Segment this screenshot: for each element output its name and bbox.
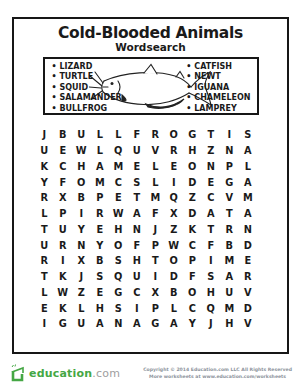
grid-cell[interactable]: J <box>42 129 46 140</box>
grid-cell[interactable]: R <box>59 240 67 251</box>
grid-cell[interactable]: T <box>41 224 48 235</box>
grid-cell[interactable]: T <box>152 255 159 266</box>
grid-cell[interactable]: W <box>76 145 87 156</box>
grid-cell[interactable]: C <box>189 240 196 251</box>
grid-cell[interactable]: P <box>189 255 196 266</box>
grid-cell[interactable]: F <box>133 240 140 251</box>
worksheet-page: { "game": "word-search", "title": "Cold-… <box>0 0 301 389</box>
grid-cell[interactable]: J <box>79 271 83 282</box>
grid-cell[interactable]: Q <box>114 145 122 156</box>
grid-cell[interactable]: C <box>189 303 196 314</box>
grid-cell[interactable]: H <box>133 255 141 266</box>
grid-cell[interactable]: L <box>152 177 158 188</box>
grid-cell[interactable]: N <box>244 224 252 235</box>
grid-cell[interactable]: I <box>153 271 157 282</box>
grid-cell[interactable]: G <box>225 177 233 188</box>
grid-cell[interactable]: R <box>40 192 48 203</box>
grid-cell[interactable]: V <box>244 318 252 329</box>
grid-cell[interactable]: A <box>133 318 141 329</box>
grid-cell[interactable]: Z <box>207 145 214 156</box>
grid-cell[interactable]: X <box>77 255 85 266</box>
grid-cell[interactable]: I <box>79 208 83 219</box>
grid-cell[interactable]: Y <box>78 224 85 235</box>
grid-cell[interactable]: S <box>207 271 214 282</box>
grid-cell[interactable]: K <box>59 303 67 314</box>
grid-cell[interactable]: L <box>41 208 47 219</box>
grid-cell[interactable]: B <box>96 255 103 266</box>
grid-cell[interactable]: L <box>171 303 177 314</box>
grid-cell[interactable]: O <box>170 129 178 140</box>
grid-cell[interactable]: E <box>59 145 66 156</box>
grid-cell[interactable]: N <box>77 240 85 251</box>
grid-cell[interactable]: U <box>40 145 48 156</box>
grid-cell[interactable]: M <box>150 192 160 203</box>
grid-cell[interactable]: L <box>245 161 251 172</box>
grid-cell[interactable]: Y <box>41 177 48 188</box>
grid-cell[interactable]: M <box>224 303 234 314</box>
grid-cell[interactable]: H <box>77 161 85 172</box>
grid-cell[interactable]: E <box>96 287 103 298</box>
grid-cell[interactable]: Z <box>189 192 196 203</box>
word-item: • CHAMELEON <box>186 93 250 103</box>
education-logo-text: education.com <box>29 367 120 380</box>
grid-cell[interactable]: I <box>172 177 176 188</box>
grid-cell[interactable]: A <box>207 208 215 219</box>
grid-cell[interactable]: A <box>244 208 252 219</box>
grid-cell[interactable]: H <box>207 287 215 298</box>
grid-cell[interactable]: S <box>244 129 251 140</box>
grid-cell[interactable]: D <box>188 177 196 188</box>
grid-cell[interactable]: I <box>135 303 139 314</box>
grid-cell[interactable]: G <box>151 318 159 329</box>
grid-cell[interactable]: L <box>97 129 103 140</box>
grid-cell[interactable]: E <box>115 192 122 203</box>
grid-cell[interactable]: F <box>189 271 196 282</box>
grid-cell[interactable]: M <box>224 255 234 266</box>
grid-cell[interactable]: Z <box>78 287 85 298</box>
grid-cell[interactable]: U <box>133 271 141 282</box>
grid-cell[interactable]: L <box>78 303 84 314</box>
grid-cell[interactable]: E <box>133 161 140 172</box>
grid-cell[interactable]: X <box>170 208 178 219</box>
grid-cell[interactable]: L <box>152 161 158 172</box>
grid-cell[interactable]: N <box>225 145 233 156</box>
grid-cell[interactable]: T <box>133 192 140 203</box>
grid-cell[interactable]: I <box>61 255 65 266</box>
grid-cell[interactable]: R <box>170 145 178 156</box>
grid-cell[interactable]: I <box>42 318 46 329</box>
grid-cell[interactable]: P <box>96 192 103 203</box>
grid-cell[interactable]: C <box>115 177 122 188</box>
grid-cell[interactable]: R <box>225 224 233 235</box>
grid-cell[interactable]: D <box>188 208 196 219</box>
grid-cell[interactable]: L <box>115 129 121 140</box>
grid-cell[interactable]: O <box>170 255 178 266</box>
grid-cell[interactable]: B <box>78 192 85 203</box>
grid-cell[interactable]: K <box>188 224 196 235</box>
grid-cell[interactable]: M <box>95 177 105 188</box>
grid-cell[interactable]: F <box>152 208 159 219</box>
grid-cell[interactable]: A <box>170 318 178 329</box>
grid-cell[interactable]: V <box>225 192 233 203</box>
grid-cell[interactable]: G <box>114 287 122 298</box>
word-list-right: • CATFISH• NEWT• IGUANA• CHAMELEON• LAMP… <box>186 62 250 113</box>
grid-cell[interactable]: R <box>40 255 48 266</box>
grid-cell[interactable]: P <box>152 240 159 251</box>
copyright-text: Copyright © 2014 Education.com LLC All R… <box>143 367 292 380</box>
grid-cell[interactable]: D <box>170 271 178 282</box>
grid-cell[interactable]: G <box>59 318 67 329</box>
grid-cell[interactable]: O <box>188 161 196 172</box>
grid-cell[interactable]: T <box>226 208 233 219</box>
grid-cell[interactable]: W <box>168 240 179 251</box>
grid-cell[interactable]: U <box>133 145 141 156</box>
grid-cell[interactable]: L <box>97 145 103 156</box>
grid-cell[interactable]: O <box>77 177 85 188</box>
grid-cell[interactable]: W <box>113 208 124 219</box>
grid-cell[interactable]: R <box>151 129 159 140</box>
education-logo-icon <box>10 364 27 383</box>
grid-cell[interactable]: E <box>170 161 177 172</box>
grid-cell[interactable]: Y <box>189 318 196 329</box>
grid-cell[interactable]: U <box>77 318 85 329</box>
word-list-left: • LIZARD• TURTLE• SQUID• SALAMANDER• BUL… <box>52 62 122 113</box>
grid-cell[interactable]: N <box>133 224 141 235</box>
grid-cell[interactable]: J <box>209 318 213 329</box>
grid-cell[interactable]: U <box>40 240 48 251</box>
grid-cell[interactable]: R <box>244 271 252 282</box>
grid-cell[interactable]: I <box>209 255 213 266</box>
copyright-line1: Copyright © 2014 Education.com LLC All R… <box>143 367 292 373</box>
grid-cell[interactable]: U <box>59 224 67 235</box>
grid-cell[interactable]: R <box>96 208 104 219</box>
copyright-line2: More worksheets at www.education.com/wor… <box>143 374 292 380</box>
grid-cell[interactable]: W <box>57 287 68 298</box>
grid-cell[interactable]: H <box>188 145 196 156</box>
grid-cell[interactable]: S <box>96 271 103 282</box>
grid-cell[interactable]: T <box>207 224 214 235</box>
puzzle-title: Cold-Blooded Animals <box>14 25 287 42</box>
grid-cell[interactable]: M <box>243 192 253 203</box>
grid-cell[interactable]: L <box>41 287 47 298</box>
grid-cell[interactable]: D <box>244 240 252 251</box>
grid-cell[interactable]: Q <box>207 303 215 314</box>
logo-word-education: education <box>29 367 92 380</box>
grid-cell[interactable]: B <box>170 287 177 298</box>
wordsearch-grid: JBULLFROGTISUEWLQUVRHZNAKCHAMELEONPLYFOM… <box>35 127 257 332</box>
grid-cell[interactable]: H <box>114 224 122 235</box>
grid-cell[interactable]: U <box>225 287 233 298</box>
grid-cell[interactable]: V <box>151 145 159 156</box>
grid-cell[interactable]: K <box>59 271 67 282</box>
grid-cell[interactable]: O <box>114 240 122 251</box>
grid-cell[interactable]: J <box>153 224 157 235</box>
grid-cell[interactable]: U <box>77 129 85 140</box>
grid-cell[interactable]: H <box>225 318 233 329</box>
grid-cell[interactable]: E <box>207 177 214 188</box>
grid-cell[interactable]: K <box>40 161 48 172</box>
grid-cell[interactable]: F <box>133 129 140 140</box>
logo-word-com: .com <box>92 367 120 380</box>
grid-cell[interactable]: C <box>207 192 214 203</box>
grid-cell[interactable]: S <box>115 255 122 266</box>
grid-cell[interactable]: Q <box>170 192 178 203</box>
grid-cell[interactable]: B <box>59 129 66 140</box>
grid-cell[interactable]: P <box>59 208 66 219</box>
grid-cell[interactable]: E <box>244 255 251 266</box>
word-item: • SQUID <box>52 83 122 93</box>
grid-cell[interactable]: D <box>244 303 252 314</box>
grid-cell[interactable]: N <box>207 161 215 172</box>
grid-cell[interactable]: F <box>59 177 66 188</box>
grid-cell[interactable]: A <box>133 208 141 219</box>
grid-cell[interactable]: S <box>133 177 140 188</box>
grid-cell[interactable]: A <box>244 145 252 156</box>
word-item: • IGUANA <box>186 83 250 93</box>
worksheet-frame: Cold-Blooded Animals Wordsearch • LIZARD… <box>12 17 289 354</box>
grid-cell[interactable]: Z <box>170 224 177 235</box>
grid-cell[interactable]: O <box>188 287 196 298</box>
education-logo[interactable]: education.com <box>10 364 120 383</box>
grid-cell[interactable]: H <box>96 303 104 314</box>
word-item: • BULLFROG <box>52 104 122 114</box>
grid-cell[interactable]: X <box>59 192 67 203</box>
grid-cell[interactable]: Q <box>114 271 122 282</box>
grid-cell[interactable]: A <box>225 271 233 282</box>
grid-cell[interactable]: A <box>96 318 104 329</box>
word-item: • LAMPREY <box>186 104 250 114</box>
grid-cell[interactable]: A <box>96 161 104 172</box>
grid-cell[interactable]: E <box>96 224 103 235</box>
grid-cell[interactable]: T <box>41 271 48 282</box>
word-item: • LIZARD <box>52 62 122 72</box>
grid-cell[interactable]: I <box>227 129 231 140</box>
grid-cell[interactable]: E <box>41 303 48 314</box>
grid-cell[interactable]: C <box>59 161 66 172</box>
grid-cell[interactable]: P <box>226 161 233 172</box>
grid-cell[interactable]: X <box>151 287 159 298</box>
grid-cell[interactable]: F <box>207 240 214 251</box>
grid-cell[interactable]: Y <box>96 240 103 251</box>
word-item: • CATFISH <box>186 62 250 72</box>
word-item: • SALAMANDER <box>52 93 122 103</box>
grid-cell[interactable]: G <box>188 129 196 140</box>
grid-cell[interactable]: B <box>226 240 233 251</box>
grid-cell[interactable]: M <box>113 161 123 172</box>
grid-cell[interactable]: V <box>244 287 252 298</box>
puzzle-subtitle: Wordsearch <box>14 42 287 53</box>
grid-cell[interactable]: C <box>133 287 140 298</box>
word-item: • TURTLE <box>52 72 122 82</box>
grid-cell[interactable]: A <box>244 177 252 188</box>
grid-cell[interactable]: T <box>207 129 214 140</box>
grid-cell[interactable]: P <box>152 303 159 314</box>
grid-cell[interactable]: S <box>115 303 122 314</box>
word-item: • NEWT <box>186 72 250 82</box>
word-list-box: • LIZARD• TURTLE• SQUID• SALAMANDER• BUL… <box>43 57 259 115</box>
grid-cell[interactable]: N <box>114 318 122 329</box>
